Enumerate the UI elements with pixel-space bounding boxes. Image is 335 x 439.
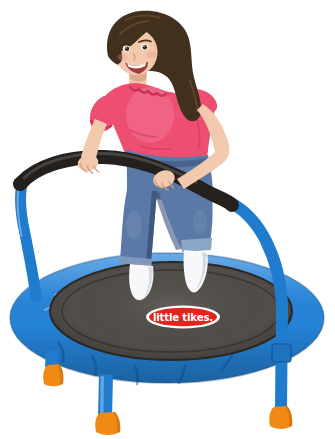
brand-logo: little tikes. [146, 306, 220, 329]
leg-center-highlight [100, 376, 104, 417]
iris-left [125, 47, 130, 52]
jeans-cuff-right [181, 238, 212, 252]
scene-illustration: little tikes. [0, 0, 335, 439]
eye-glint-left [126, 47, 127, 48]
knee-highlight-left [126, 211, 142, 239]
brand-logo-text: little tikes. [153, 312, 213, 323]
cheek-right [146, 51, 156, 58]
frame-bracket-right [272, 344, 291, 362]
iris-right [143, 45, 148, 50]
cheek-left [118, 54, 128, 61]
knee-highlight-right [193, 210, 207, 234]
shirt-highlight [126, 87, 174, 143]
eye-glint-right [143, 46, 144, 47]
product-photo: little tikes. [0, 0, 335, 439]
